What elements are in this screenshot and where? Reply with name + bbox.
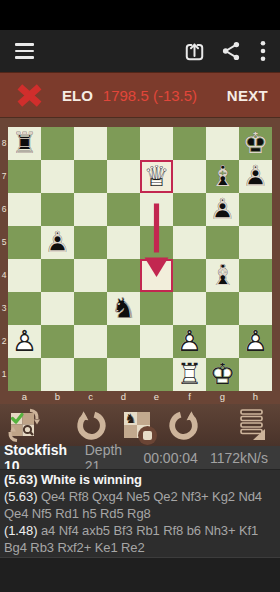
rank-label-6: 6 bbox=[0, 193, 8, 226]
square-h1[interactable] bbox=[239, 358, 272, 391]
square-e8[interactable] bbox=[140, 127, 173, 160]
black-king[interactable]: ♚♔ bbox=[239, 127, 272, 160]
square-e5[interactable] bbox=[140, 226, 173, 259]
white-pawn[interactable]: ♟♙ bbox=[8, 325, 41, 358]
file-label-d: d bbox=[107, 391, 140, 404]
square-h3[interactable] bbox=[239, 292, 272, 325]
square-c8[interactable] bbox=[74, 127, 107, 160]
file-label-a: a bbox=[8, 391, 41, 404]
square-a5[interactable] bbox=[8, 226, 41, 259]
square-e2[interactable] bbox=[140, 325, 173, 358]
square-f4[interactable] bbox=[173, 259, 206, 292]
square-f2[interactable]: ♟♙ bbox=[173, 325, 206, 358]
square-c6[interactable] bbox=[74, 193, 107, 226]
engine-line-2[interactable]: (1.48) a4 Nf4 axb5 Bf3 Rb1 Rf8 b6 Nh3+ K… bbox=[4, 522, 276, 556]
square-g5[interactable] bbox=[206, 226, 239, 259]
analysis-panel: (5.63) White is winning (5.63) Qe4 Rf8 Q… bbox=[0, 469, 280, 557]
square-f7[interactable] bbox=[173, 160, 206, 193]
rank-label-7: 7 bbox=[0, 160, 8, 193]
black-knight[interactable]: ♞♘ bbox=[107, 292, 140, 325]
elo-label: ELO bbox=[62, 87, 93, 104]
white-pawn[interactable]: ♟♙ bbox=[239, 325, 272, 358]
next-button[interactable]: NEXT bbox=[227, 87, 268, 104]
white-king[interactable]: ♚♔ bbox=[206, 358, 239, 391]
square-b2[interactable] bbox=[41, 325, 74, 358]
square-c7[interactable] bbox=[74, 160, 107, 193]
square-g3[interactable] bbox=[206, 292, 239, 325]
export-icon[interactable] bbox=[180, 37, 208, 65]
engine-status-bar[interactable]: Stockfish 10 Depth 21 00:00:04 1172kN/s bbox=[0, 446, 280, 469]
square-c4[interactable] bbox=[74, 259, 107, 292]
mini-knight-icon: ♞ bbox=[124, 412, 137, 425]
square-f8[interactable] bbox=[173, 127, 206, 160]
square-d6[interactable] bbox=[107, 193, 140, 226]
square-h2[interactable]: ♟♙ bbox=[239, 325, 272, 358]
square-a8[interactable]: ♜♖ bbox=[8, 127, 41, 160]
rank-label-2: 2 bbox=[0, 325, 8, 358]
rank-labels: 87654321 bbox=[0, 127, 8, 391]
square-b4[interactable] bbox=[41, 259, 74, 292]
white-rook[interactable]: ♜♖ bbox=[173, 358, 206, 391]
square-e6[interactable] bbox=[140, 193, 173, 226]
square-d7[interactable] bbox=[107, 160, 140, 193]
square-d4[interactable] bbox=[107, 259, 140, 292]
app-screen: ELO 1798.5 (-13.5) NEXT 87654321 ♜♖♚♔♛♕♝… bbox=[0, 0, 280, 592]
rank-label-5: 5 bbox=[0, 226, 8, 259]
black-pawn[interactable]: ♟♙ bbox=[206, 193, 239, 226]
square-g8[interactable] bbox=[206, 127, 239, 160]
board-toolbar: ♞ bbox=[0, 404, 280, 446]
status-bar bbox=[0, 0, 280, 30]
square-h5[interactable] bbox=[239, 226, 272, 259]
empty-area bbox=[0, 557, 280, 592]
file-labels: abcdefgh bbox=[8, 391, 272, 404]
square-a7[interactable] bbox=[8, 160, 41, 193]
rank-label-8: 8 bbox=[0, 127, 8, 160]
square-d1[interactable] bbox=[107, 358, 140, 391]
file-label-h: h bbox=[239, 391, 272, 404]
square-g1[interactable]: ♚♔ bbox=[206, 358, 239, 391]
chess-board[interactable]: ♜♖♚♔♛♕♝♗♟♙♟♙♟♙♝♗♞♘♟♙♟♙♟♙♜♖♚♔ bbox=[8, 127, 272, 391]
overflow-menu-icon[interactable] bbox=[254, 37, 272, 65]
square-b3[interactable] bbox=[41, 292, 74, 325]
square-h6[interactable] bbox=[239, 193, 272, 226]
engine-line-1[interactable]: (5.63) Qe4 Rf8 Qxg4 Ne5 Qe2 Nf3+ Kg2 Nd4… bbox=[4, 488, 276, 522]
square-a4[interactable] bbox=[8, 259, 41, 292]
board-editor-icon[interactable]: ♞ bbox=[118, 404, 156, 446]
analysis-mode-icon[interactable] bbox=[4, 404, 42, 446]
result-bar: ELO 1798.5 (-13.5) NEXT bbox=[0, 72, 280, 117]
black-pawn[interactable]: ♟♙ bbox=[239, 160, 272, 193]
square-c2[interactable] bbox=[74, 325, 107, 358]
share-icon[interactable] bbox=[217, 37, 245, 65]
rank-label-4: 4 bbox=[0, 259, 8, 292]
black-rook[interactable]: ♜♖ bbox=[8, 127, 41, 160]
square-h8[interactable]: ♚♔ bbox=[239, 127, 272, 160]
file-label-c: c bbox=[74, 391, 107, 404]
square-d3[interactable]: ♞♘ bbox=[107, 292, 140, 325]
undo-icon[interactable] bbox=[72, 404, 110, 446]
square-g2[interactable] bbox=[206, 325, 239, 358]
rank-label-1: 1 bbox=[0, 358, 8, 391]
square-b8[interactable] bbox=[41, 127, 74, 160]
square-b6[interactable] bbox=[41, 193, 74, 226]
square-a1[interactable] bbox=[8, 358, 41, 391]
square-f6[interactable] bbox=[173, 193, 206, 226]
square-g6[interactable]: ♟♙ bbox=[206, 193, 239, 226]
chess-board-frame: 87654321 ♜♖♚♔♛♕♝♗♟♙♟♙♟♙♝♗♞♘♟♙♟♙♟♙♜♖♚♔ ab… bbox=[0, 117, 280, 404]
white-pawn[interactable]: ♟♙ bbox=[173, 325, 206, 358]
square-b5[interactable]: ♟♙ bbox=[41, 226, 74, 259]
square-g4[interactable]: ♝♗ bbox=[206, 259, 239, 292]
file-label-g: g bbox=[206, 391, 239, 404]
square-b1[interactable] bbox=[41, 358, 74, 391]
elo-rating: 1798.5 (-13.5) bbox=[103, 87, 197, 104]
move-list-icon[interactable] bbox=[232, 404, 272, 446]
engine-time: 00:00:04 bbox=[143, 450, 198, 466]
square-d5[interactable] bbox=[107, 226, 140, 259]
square-f5[interactable] bbox=[173, 226, 206, 259]
square-e1[interactable] bbox=[140, 358, 173, 391]
square-c3[interactable] bbox=[74, 292, 107, 325]
square-d2[interactable] bbox=[107, 325, 140, 358]
square-f3[interactable] bbox=[173, 292, 206, 325]
file-label-f: f bbox=[173, 391, 206, 404]
white-queen[interactable]: ♛♕ bbox=[140, 160, 173, 193]
square-a6[interactable] bbox=[8, 193, 41, 226]
square-h4[interactable] bbox=[239, 259, 272, 292]
rank-label-3: 3 bbox=[0, 292, 8, 325]
square-a3[interactable] bbox=[8, 292, 41, 325]
file-label-b: b bbox=[41, 391, 74, 404]
engine-speed: 1172kN/s bbox=[210, 450, 268, 466]
square-f1[interactable]: ♜♖ bbox=[173, 358, 206, 391]
app-toolbar bbox=[0, 30, 280, 72]
position-assessment: (5.63) White is winning bbox=[4, 471, 276, 488]
square-h7[interactable]: ♟♙ bbox=[239, 160, 272, 193]
file-label-e: e bbox=[140, 391, 173, 404]
square-e7[interactable]: ♛♕ bbox=[140, 160, 173, 193]
square-c1[interactable] bbox=[74, 358, 107, 391]
square-a2[interactable]: ♟♙ bbox=[8, 325, 41, 358]
square-e3[interactable] bbox=[140, 292, 173, 325]
square-g7[interactable]: ♝♗ bbox=[206, 160, 239, 193]
square-c5[interactable] bbox=[74, 226, 107, 259]
menu-icon[interactable] bbox=[15, 43, 35, 59]
square-d8[interactable] bbox=[107, 127, 140, 160]
black-bishop[interactable]: ♝♗ bbox=[206, 259, 239, 292]
failed-x-icon[interactable] bbox=[16, 82, 43, 109]
black-bishop[interactable]: ♝♗ bbox=[206, 160, 239, 193]
square-e4[interactable] bbox=[140, 259, 173, 292]
square-b7[interactable] bbox=[41, 160, 74, 193]
redo-icon[interactable] bbox=[164, 404, 202, 446]
black-pawn[interactable]: ♟♙ bbox=[41, 226, 74, 259]
